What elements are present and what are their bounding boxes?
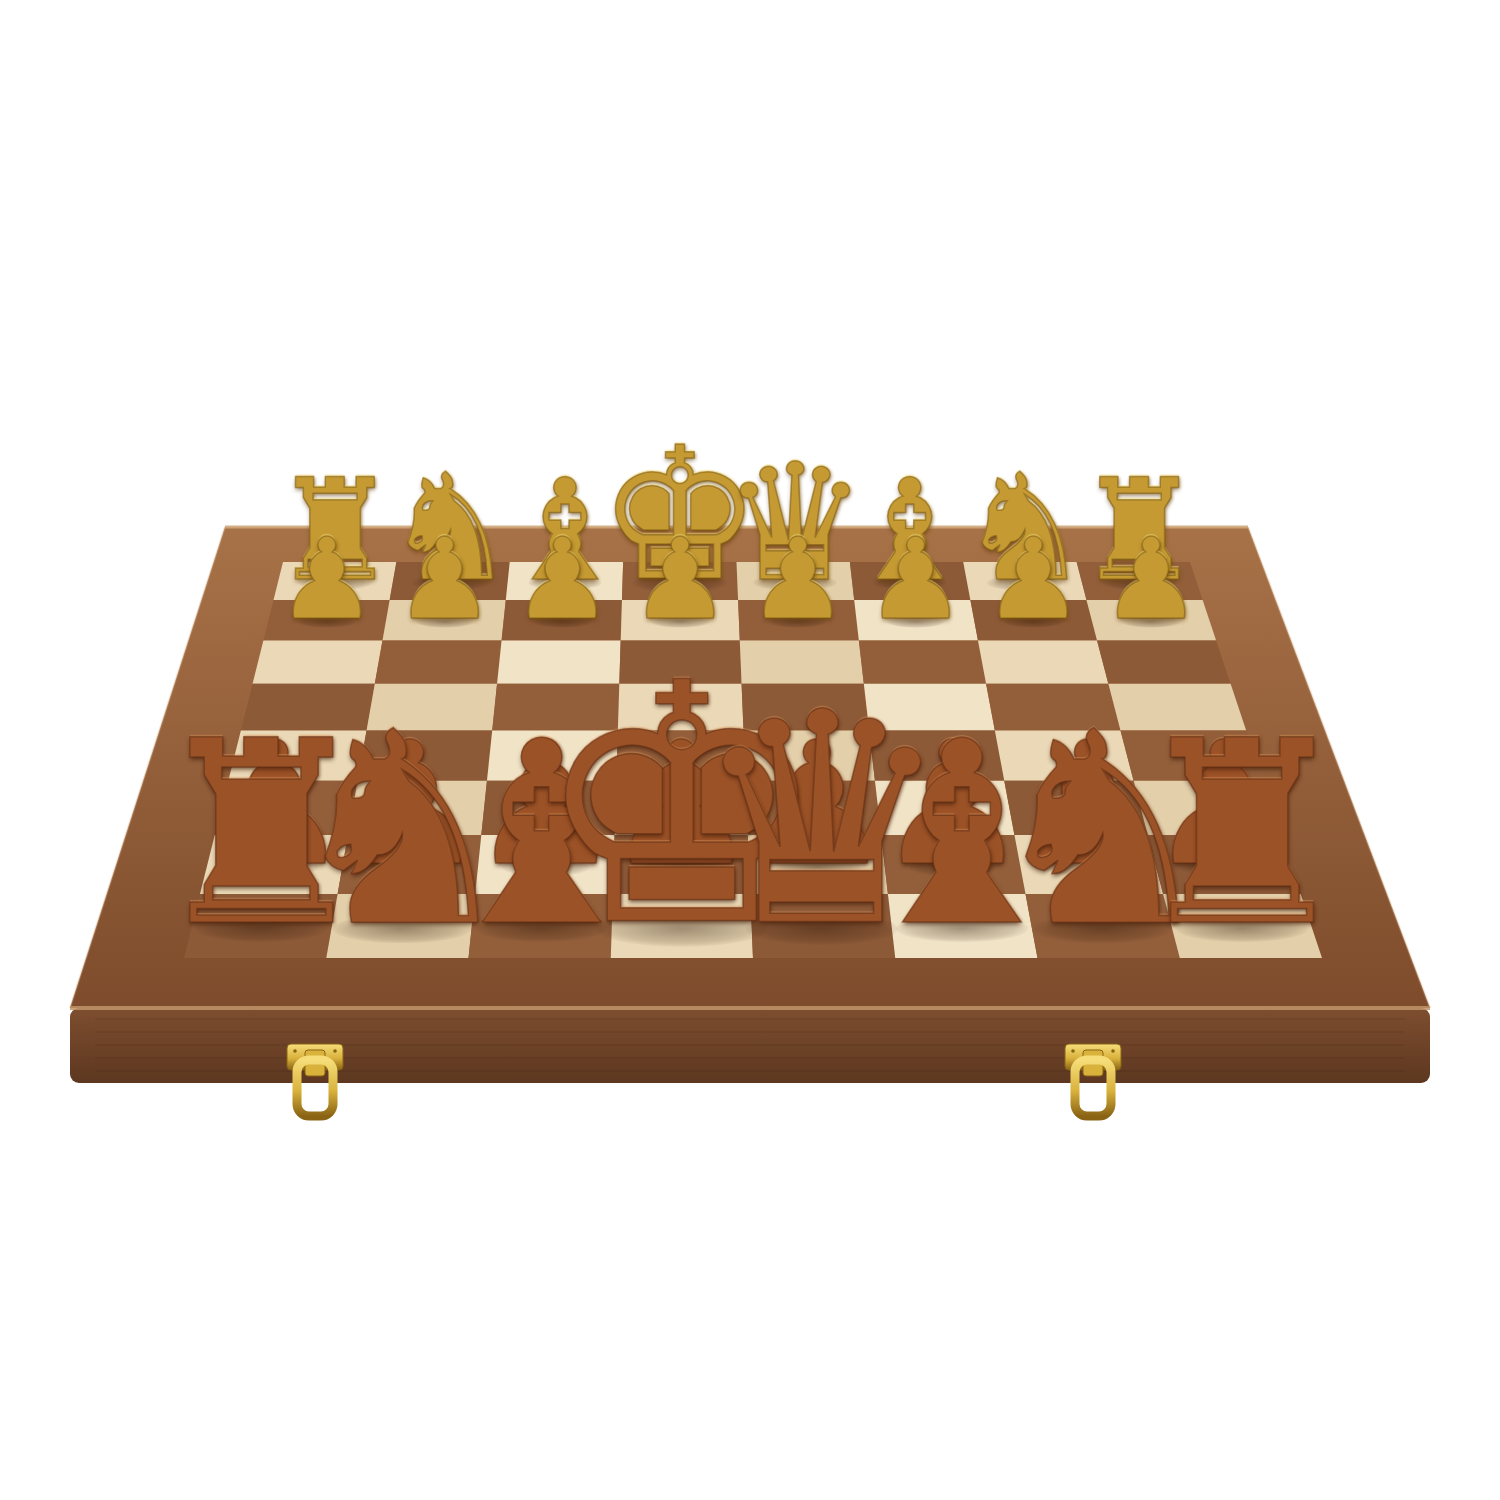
wood-grain-line [95,1031,1405,1033]
wood-grain-line [95,1018,1405,1020]
piece-gold-pawn-g7[interactable]: ♟ [983,524,1084,636]
piece-gold-pawn-b7[interactable]: ♟ [394,524,495,636]
piece-gold-pawn-h7[interactable]: ♟ [1101,524,1202,636]
piece-gold-pawn-f7[interactable]: ♟ [865,524,966,636]
piece-copper-rook-h1[interactable]: ♜ [1128,708,1355,962]
piece-gold-pawn-a7[interactable]: ♟ [277,524,378,636]
product-photo: ♜♞♝♚♛♝♞♜♟♟♟♟♟♟♟♟♟♟♟♟♟♟♟♟♜♞♝♚♛♝♞♜ [0,0,1500,1500]
